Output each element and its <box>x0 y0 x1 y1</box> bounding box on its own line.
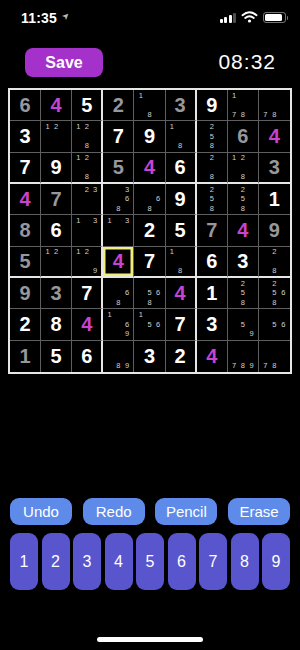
cell-value: 3 <box>175 95 186 115</box>
cell-r5c2[interactable]: 6 <box>41 215 72 246</box>
cell-value: 9 <box>269 220 280 240</box>
pencil-marks: 368 <box>103 184 133 214</box>
cell-value: 8 <box>51 314 62 334</box>
pencil-marks: 169 <box>103 309 133 339</box>
cell-r1c2[interactable]: 4 <box>41 90 72 121</box>
cell-r4c6[interactable]: 9 <box>166 184 197 215</box>
cell-r8c3[interactable]: 4 <box>72 309 103 340</box>
pencil-marks: 258 <box>228 184 258 214</box>
cell-value: 3 <box>269 157 280 177</box>
digit-1-button[interactable]: 1 <box>10 533 38 590</box>
pencil-marks: 78 <box>259 341 290 372</box>
game-timer: 08:32 <box>218 50 276 74</box>
cell-value: 3 <box>51 283 62 303</box>
cell-r5c8[interactable]: 4 <box>228 215 259 246</box>
cell-r6c2[interactable]: 12 <box>41 247 72 278</box>
cell-r9c8[interactable]: 789 <box>228 341 259 372</box>
cell-r8c9[interactable]: 56 <box>259 309 290 340</box>
cell-r5c5[interactable]: 2 <box>134 215 165 246</box>
cell-r6c5[interactable]: 7 <box>134 247 165 278</box>
pencil-marks: 2568 <box>259 278 290 308</box>
cell-r8c7[interactable]: 3 <box>197 309 228 340</box>
pencil-marks: 258 <box>197 184 227 214</box>
erase-button[interactable]: Erase <box>228 498 290 525</box>
cell-r7c9[interactable]: 2568 <box>259 278 290 309</box>
clock: 11:35 <box>21 10 57 26</box>
cell-r3c9[interactable]: 3 <box>259 153 290 184</box>
cell-r7c7[interactable]: 1 <box>197 278 228 309</box>
pencil-marks: 28 <box>197 153 227 182</box>
pencil-marks: 128 <box>228 153 258 182</box>
cell-r4c5[interactable]: 68 <box>134 184 165 215</box>
cell-value: 4 <box>113 251 124 271</box>
pencil-marks: 18 <box>166 121 195 151</box>
cell-r6c7[interactable]: 6 <box>197 247 228 278</box>
cell-value: 4 <box>237 220 248 240</box>
cell-value: 1 <box>19 346 30 366</box>
cell-r8c6[interactable]: 7 <box>166 309 197 340</box>
cell-r9c6[interactable]: 2 <box>166 341 197 372</box>
battery-icon <box>263 12 286 23</box>
cell-r1c4[interactable]: 2 <box>103 90 134 121</box>
cell-r6c1[interactable]: 5 <box>10 247 41 278</box>
pencil-marks: 89 <box>103 341 133 372</box>
pencil-marks: 129 <box>72 247 101 276</box>
cell-value: 3 <box>19 126 30 146</box>
cell-value: 2 <box>113 95 124 115</box>
cell-r9c7[interactable]: 4 <box>197 341 228 372</box>
cell-value: 9 <box>144 126 155 146</box>
cell-r5c7[interactable]: 7 <box>197 215 228 246</box>
pencil-marks: 68 <box>103 278 133 308</box>
cell-r7c1[interactable]: 9 <box>10 278 41 309</box>
pencil-marks: 128 <box>72 121 101 151</box>
cell-r5c9[interactable]: 9 <box>259 215 290 246</box>
cell-value: 3 <box>206 314 217 334</box>
pencil-marks: 18 <box>166 247 195 276</box>
digit-2-button[interactable]: 2 <box>42 533 70 590</box>
cell-value: 1 <box>269 189 280 209</box>
cell-value: 3 <box>237 251 248 271</box>
cell-r4c4[interactable]: 368 <box>103 184 134 215</box>
pencil-marks: 178 <box>228 90 258 120</box>
cell-r3c4[interactable]: 5 <box>103 153 134 184</box>
status-bar: 11:35 ➤ <box>0 8 300 28</box>
cell-r9c3[interactable]: 6 <box>72 341 103 372</box>
cell-value: 7 <box>144 251 155 271</box>
cell-value: 9 <box>19 283 30 303</box>
cell-r3c2[interactable]: 9 <box>41 153 72 184</box>
redo-button[interactable]: Redo <box>83 498 145 525</box>
location-arrow-icon: ➤ <box>60 10 72 22</box>
cell-r7c2[interactable]: 3 <box>41 278 72 309</box>
cell-r1c7[interactable]: 9 <box>197 90 228 121</box>
digit-3-button[interactable]: 3 <box>73 533 101 590</box>
cell-value: 2 <box>144 220 155 240</box>
cell-r2c2[interactable]: 12 <box>41 121 72 152</box>
undo-button[interactable]: Undo <box>10 498 72 525</box>
cell-r3c5[interactable]: 4 <box>134 153 165 184</box>
wifi-icon <box>241 11 258 23</box>
cell-value: 4 <box>269 126 280 146</box>
cell-r4c3[interactable]: 23 <box>72 184 103 215</box>
cell-r5c6[interactable]: 5 <box>166 215 197 246</box>
cell-r8c1[interactable]: 2 <box>10 309 41 340</box>
cell-r2c3[interactable]: 128 <box>72 121 103 152</box>
cell-r8c8[interactable]: 59 <box>228 309 259 340</box>
cell-value: 6 <box>175 157 186 177</box>
cell-value: 5 <box>113 157 124 177</box>
cell-value: 3 <box>144 346 155 366</box>
pencil-marks: 128 <box>72 153 101 182</box>
cell-r5c4[interactable]: 13 <box>103 215 134 246</box>
pencil-marks: 59 <box>228 309 258 339</box>
cell-r6c8[interactable]: 3 <box>228 247 259 278</box>
digit-6-button[interactable]: 6 <box>168 533 196 590</box>
cell-r2c5[interactable]: 9 <box>134 121 165 152</box>
cell-r2c7[interactable]: 258 <box>197 121 228 152</box>
cell-value: 5 <box>51 346 62 366</box>
cell-value: 9 <box>175 189 186 209</box>
cell-value: 4 <box>19 189 30 209</box>
cell-value: 2 <box>175 346 186 366</box>
cell-r8c5[interactable]: 156 <box>134 309 165 340</box>
cell-r4c7[interactable]: 258 <box>197 184 228 215</box>
cell-r3c1[interactable]: 7 <box>10 153 41 184</box>
cell-value: 6 <box>19 95 30 115</box>
pencil-marks: 258 <box>228 278 258 308</box>
cell-r3c3[interactable]: 128 <box>72 153 103 184</box>
cell-value: 4 <box>206 346 217 366</box>
cell-r2c6[interactable]: 18 <box>166 121 197 152</box>
cell-r5c3[interactable]: 13 <box>72 215 103 246</box>
home-indicator[interactable] <box>97 637 203 642</box>
cell-r6c4-selected[interactable]: 4 <box>103 247 134 278</box>
cell-r1c3[interactable]: 5 <box>72 90 103 121</box>
cell-value: 4 <box>81 314 92 334</box>
pencil-marks: 13 <box>103 215 133 245</box>
cell-r1c1[interactable]: 6 <box>10 90 41 121</box>
pencil-marks: 156 <box>134 309 164 339</box>
cell-r2c9[interactable]: 4 <box>259 121 290 152</box>
cell-value: 5 <box>175 220 186 240</box>
cell-r1c8[interactable]: 178 <box>228 90 259 121</box>
cell-r1c9[interactable]: 78 <box>259 90 290 121</box>
cell-value: 6 <box>81 346 92 366</box>
cell-r3c7[interactable]: 28 <box>197 153 228 184</box>
cell-value: 7 <box>206 220 217 240</box>
pencil-marks: 13 <box>72 215 101 245</box>
cell-r2c4[interactable]: 7 <box>103 121 134 152</box>
cell-r8c2[interactable]: 8 <box>41 309 72 340</box>
pencil-marks: 68 <box>134 184 164 214</box>
cell-r6c6[interactable]: 18 <box>166 247 197 278</box>
cell-value: 6 <box>237 126 248 146</box>
cell-value: 5 <box>81 95 92 115</box>
cell-value: 5 <box>19 251 30 271</box>
cell-r7c5[interactable]: 568 <box>134 278 165 309</box>
cell-r9c4[interactable]: 89 <box>103 341 134 372</box>
cell-r4c1[interactable]: 4 <box>10 184 41 215</box>
cell-r2c1[interactable]: 3 <box>10 121 41 152</box>
cell-value: 8 <box>19 220 30 240</box>
cell-value: 6 <box>51 220 62 240</box>
pencil-marks: 78 <box>259 90 290 120</box>
cell-r3c8[interactable]: 128 <box>228 153 259 184</box>
pencil-marks: 568 <box>134 278 164 308</box>
cell-r4c9[interactable]: 1 <box>259 184 290 215</box>
cell-value: 4 <box>175 283 186 303</box>
cell-r7c4[interactable]: 68 <box>103 278 134 309</box>
cell-r9c9[interactable]: 78 <box>259 341 290 372</box>
cell-r9c5[interactable]: 3 <box>134 341 165 372</box>
cell-r9c1[interactable]: 1 <box>10 341 41 372</box>
cell-value: 1 <box>206 283 217 303</box>
cell-r9c2[interactable]: 5 <box>41 341 72 372</box>
pencil-marks: 12 <box>41 247 71 276</box>
cell-value: 9 <box>206 95 217 115</box>
toolbar: UndoRedoPencilErase <box>0 498 300 525</box>
pencil-marks: 12 <box>41 121 71 151</box>
cell-r2c8[interactable]: 6 <box>228 121 259 152</box>
cell-r1c6[interactable]: 3 <box>166 90 197 121</box>
cell-value: 2 <box>19 314 30 334</box>
sudoku-board: 6452183917878312128791825864791285462812… <box>8 88 292 374</box>
cell-r1c5[interactable]: 18 <box>134 90 165 121</box>
cell-value: 7 <box>19 157 30 177</box>
cell-value: 4 <box>144 157 155 177</box>
pencil-marks: 789 <box>228 341 258 372</box>
cell-r3c6[interactable]: 6 <box>166 153 197 184</box>
cell-r4c8[interactable]: 258 <box>228 184 259 215</box>
cell-value: 7 <box>81 283 92 303</box>
cell-r7c3[interactable]: 7 <box>72 278 103 309</box>
digit-9-button[interactable]: 9 <box>262 533 290 590</box>
digit-5-button[interactable]: 5 <box>136 533 164 590</box>
cell-r6c3[interactable]: 129 <box>72 247 103 278</box>
pencil-marks: 28 <box>259 247 290 276</box>
pencil-marks: 18 <box>134 90 164 120</box>
pencil-marks: 258 <box>197 121 227 151</box>
cell-value: 4 <box>51 95 62 115</box>
digit-7-button[interactable]: 7 <box>199 533 227 590</box>
cell-r7c8[interactable]: 258 <box>228 278 259 309</box>
cell-value: 7 <box>51 189 62 209</box>
cell-r7c6[interactable]: 4 <box>166 278 197 309</box>
save-button[interactable]: Save <box>25 48 103 77</box>
cell-value: 7 <box>113 126 124 146</box>
pencil-marks: 56 <box>259 309 290 339</box>
digit-4-button[interactable]: 4 <box>105 533 133 590</box>
cell-r8c4[interactable]: 169 <box>103 309 134 340</box>
cell-value: 6 <box>206 251 217 271</box>
cell-value: 9 <box>51 157 62 177</box>
cellular-signal-icon <box>220 13 237 23</box>
cell-r5c1[interactable]: 8 <box>10 215 41 246</box>
digit-8-button[interactable]: 8 <box>231 533 259 590</box>
cell-r6c9[interactable]: 28 <box>259 247 290 278</box>
pencil-button[interactable]: Pencil <box>155 498 217 525</box>
cell-value: 7 <box>175 314 186 334</box>
numpad: 123456789 <box>0 533 300 590</box>
cell-r4c2[interactable]: 7 <box>41 184 72 215</box>
pencil-marks: 23 <box>72 184 101 214</box>
